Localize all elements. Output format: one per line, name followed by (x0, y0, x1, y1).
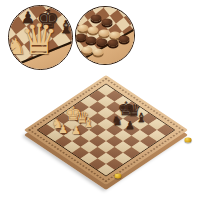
board-grid (37, 84, 176, 177)
brass-latch-front (115, 174, 122, 179)
product-scene: ♟♚♝♛♞ ♚♛♚♝♛♞♝♞♟♟♟ (0, 0, 200, 200)
brass-latch-right (185, 138, 192, 143)
checkers-closeup-inset (75, 6, 135, 65)
folding-chessboard (24, 75, 188, 185)
chess-closeup-inset: ♟♚♝♛♞ (8, 5, 73, 70)
